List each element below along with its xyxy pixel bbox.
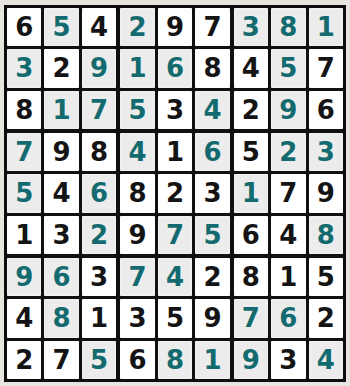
- sudoku-cell-r3c8[interactable]: 9: [271, 91, 305, 129]
- sudoku-cell-r9c8[interactable]: 3: [271, 341, 305, 379]
- sudoku-cell-r1c3[interactable]: 4: [82, 8, 116, 46]
- sudoku-cell-r3c4[interactable]: 5: [120, 91, 154, 129]
- sudoku-cell-r8c3[interactable]: 1: [82, 299, 116, 337]
- sudoku-cell-r3c1[interactable]: 8: [7, 91, 41, 129]
- sudoku-cell-r6c8[interactable]: 4: [271, 216, 305, 254]
- sudoku-cell-r5c9[interactable]: 9: [309, 174, 343, 212]
- sudoku-cell-r2c2[interactable]: 2: [44, 49, 78, 87]
- sudoku-cell-r4c1[interactable]: 7: [7, 133, 41, 171]
- sudoku-cell-r7c1[interactable]: 9: [7, 258, 41, 296]
- sudoku-cell-r8c4[interactable]: 3: [120, 299, 154, 337]
- sudoku-cell-r5c1[interactable]: 5: [7, 174, 41, 212]
- sudoku-cell-r1c8[interactable]: 8: [271, 8, 305, 46]
- sudoku-cell-r8c5[interactable]: 5: [158, 299, 192, 337]
- sudoku-cell-r4c7[interactable]: 5: [234, 133, 268, 171]
- sudoku-cell-r2c9[interactable]: 7: [309, 49, 343, 87]
- sudoku-cell-r1c5[interactable]: 9: [158, 8, 192, 46]
- sudoku-cell-r7c8[interactable]: 1: [271, 258, 305, 296]
- sudoku-cell-r1c7[interactable]: 3: [234, 8, 268, 46]
- sudoku-cell-r6c3[interactable]: 2: [82, 216, 116, 254]
- sudoku-cell-r1c9[interactable]: 1: [309, 8, 343, 46]
- sudoku-box: 416823975: [120, 133, 229, 254]
- sudoku-cell-r9c4[interactable]: 6: [120, 341, 154, 379]
- sudoku-cell-r4c9[interactable]: 3: [309, 133, 343, 171]
- sudoku-cell-r9c1[interactable]: 2: [7, 341, 41, 379]
- sudoku-cell-r3c3[interactable]: 7: [82, 91, 116, 129]
- sudoku-cell-r6c2[interactable]: 3: [44, 216, 78, 254]
- sudoku-cell-r1c4[interactable]: 2: [120, 8, 154, 46]
- sudoku-cell-r7c5[interactable]: 4: [158, 258, 192, 296]
- sudoku-cell-r2c5[interactable]: 6: [158, 49, 192, 87]
- sudoku-box: 963481275: [7, 258, 116, 379]
- sudoku-cell-r6c1[interactable]: 1: [7, 216, 41, 254]
- sudoku-cell-r9c6[interactable]: 1: [195, 341, 229, 379]
- sudoku-cell-r8c7[interactable]: 7: [234, 299, 268, 337]
- sudoku-cell-r4c6[interactable]: 6: [195, 133, 229, 171]
- sudoku-cell-r5c8[interactable]: 7: [271, 174, 305, 212]
- sudoku-cell-r7c4[interactable]: 7: [120, 258, 154, 296]
- sudoku-cell-r8c2[interactable]: 8: [44, 299, 78, 337]
- sudoku-cell-r1c6[interactable]: 7: [195, 8, 229, 46]
- sudoku-cell-r5c3[interactable]: 6: [82, 174, 116, 212]
- sudoku-cell-r1c1[interactable]: 6: [7, 8, 41, 46]
- sudoku-cell-r2c4[interactable]: 1: [120, 49, 154, 87]
- sudoku-cell-r7c9[interactable]: 5: [309, 258, 343, 296]
- sudoku-cell-r5c4[interactable]: 8: [120, 174, 154, 212]
- sudoku-cell-r9c9[interactable]: 4: [309, 341, 343, 379]
- sudoku-cell-r3c7[interactable]: 2: [234, 91, 268, 129]
- sudoku-cell-r7c7[interactable]: 8: [234, 258, 268, 296]
- sudoku-cell-r8c1[interactable]: 4: [7, 299, 41, 337]
- sudoku-box: 523179648: [234, 133, 343, 254]
- sudoku-box: 742359681: [120, 258, 229, 379]
- sudoku-cell-r9c2[interactable]: 7: [44, 341, 78, 379]
- sudoku-cell-r5c5[interactable]: 2: [158, 174, 192, 212]
- sudoku-cell-r6c9[interactable]: 8: [309, 216, 343, 254]
- sudoku-cell-r2c8[interactable]: 5: [271, 49, 305, 87]
- sudoku-cell-r6c4[interactable]: 9: [120, 216, 154, 254]
- sudoku-cell-r8c8[interactable]: 6: [271, 299, 305, 337]
- sudoku-cell-r6c7[interactable]: 6: [234, 216, 268, 254]
- sudoku-cell-r8c6[interactable]: 9: [195, 299, 229, 337]
- sudoku-cell-r4c3[interactable]: 8: [82, 133, 116, 171]
- sudoku-cell-r3c2[interactable]: 1: [44, 91, 78, 129]
- sudoku-cell-r3c5[interactable]: 3: [158, 91, 192, 129]
- sudoku-cell-r6c6[interactable]: 5: [195, 216, 229, 254]
- sudoku-box: 654329817: [7, 8, 116, 129]
- sudoku-cell-r5c6[interactable]: 3: [195, 174, 229, 212]
- sudoku-cell-r7c6[interactable]: 2: [195, 258, 229, 296]
- sudoku-cell-r4c4[interactable]: 4: [120, 133, 154, 171]
- sudoku-cell-r1c2[interactable]: 5: [44, 8, 78, 46]
- sudoku-cell-r4c2[interactable]: 9: [44, 133, 78, 171]
- sudoku-box: 381457296: [234, 8, 343, 129]
- sudoku-cell-r7c3[interactable]: 3: [82, 258, 116, 296]
- sudoku-cell-r3c6[interactable]: 4: [195, 91, 229, 129]
- sudoku-cell-r3c9[interactable]: 6: [309, 91, 343, 129]
- sudoku-cell-r7c2[interactable]: 6: [44, 258, 78, 296]
- sudoku-cell-r9c3[interactable]: 5: [82, 341, 116, 379]
- sudoku-cell-r4c5[interactable]: 1: [158, 133, 192, 171]
- sudoku-cell-r9c7[interactable]: 9: [234, 341, 268, 379]
- sudoku-cell-r5c7[interactable]: 1: [234, 174, 268, 212]
- sudoku-board: 6543298172971685343814572967985461324168…: [4, 5, 346, 382]
- sudoku-cell-r2c7[interactable]: 4: [234, 49, 268, 87]
- sudoku-cell-r6c5[interactable]: 7: [158, 216, 192, 254]
- sudoku-cell-r8c9[interactable]: 2: [309, 299, 343, 337]
- sudoku-cell-r4c8[interactable]: 2: [271, 133, 305, 171]
- sudoku-cell-r2c3[interactable]: 9: [82, 49, 116, 87]
- sudoku-box: 297168534: [120, 8, 229, 129]
- sudoku-cell-r2c1[interactable]: 3: [7, 49, 41, 87]
- sudoku-cell-r9c5[interactable]: 8: [158, 341, 192, 379]
- sudoku-box: 815762934: [234, 258, 343, 379]
- sudoku-box: 798546132: [7, 133, 116, 254]
- sudoku-cell-r2c6[interactable]: 8: [195, 49, 229, 87]
- sudoku-cell-r5c2[interactable]: 4: [44, 174, 78, 212]
